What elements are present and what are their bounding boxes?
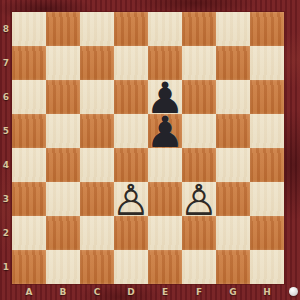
square-e3[interactable] — [148, 182, 182, 216]
square-e4[interactable] — [148, 148, 182, 182]
square-f5[interactable] — [182, 114, 216, 148]
square-b1[interactable] — [46, 250, 80, 284]
square-c5[interactable] — [80, 114, 114, 148]
file-label-h: H — [250, 284, 284, 300]
square-b3[interactable] — [46, 182, 80, 216]
square-e5[interactable]: ♟ — [148, 114, 182, 148]
square-h6[interactable] — [250, 80, 284, 114]
square-a8[interactable] — [12, 12, 46, 46]
rank-label-8: 8 — [0, 12, 12, 46]
rank-label-7: 7 — [0, 46, 12, 80]
square-f8[interactable] — [182, 12, 216, 46]
square-g4[interactable] — [216, 148, 250, 182]
square-d5[interactable] — [114, 114, 148, 148]
piece-white-pawn-f3[interactable]: ♙ — [182, 183, 216, 217]
square-a7[interactable] — [12, 46, 46, 80]
square-f6[interactable] — [182, 80, 216, 114]
rank-label-6: 6 — [0, 80, 12, 114]
square-h8[interactable] — [250, 12, 284, 46]
file-label-d: D — [114, 284, 148, 300]
square-h7[interactable] — [250, 46, 284, 80]
square-h5[interactable] — [250, 114, 284, 148]
square-f7[interactable] — [182, 46, 216, 80]
square-b5[interactable] — [46, 114, 80, 148]
file-label-e: E — [148, 284, 182, 300]
square-h4[interactable] — [250, 148, 284, 182]
square-b2[interactable] — [46, 216, 80, 250]
file-label-a: A — [12, 284, 46, 300]
piece-white-pawn-d3[interactable]: ♙ — [114, 183, 148, 217]
square-b6[interactable] — [46, 80, 80, 114]
square-c8[interactable] — [80, 12, 114, 46]
file-label-g: G — [216, 284, 250, 300]
square-f2[interactable] — [182, 216, 216, 250]
white-to-move-indicator — [289, 287, 298, 296]
piece-black-pawn-e5[interactable]: ♟ — [148, 115, 182, 149]
square-f1[interactable] — [182, 250, 216, 284]
rank-label-2: 2 — [0, 216, 12, 250]
square-b4[interactable] — [46, 148, 80, 182]
square-c1[interactable] — [80, 250, 114, 284]
square-g5[interactable] — [216, 114, 250, 148]
file-label-b: B — [46, 284, 80, 300]
square-c4[interactable] — [80, 148, 114, 182]
chess-board: ♟♟♙♙ — [12, 12, 284, 284]
square-h3[interactable] — [250, 182, 284, 216]
square-d3[interactable]: ♙ — [114, 182, 148, 216]
square-g7[interactable] — [216, 46, 250, 80]
square-e2[interactable] — [148, 216, 182, 250]
square-d2[interactable] — [114, 216, 148, 250]
square-a1[interactable] — [12, 250, 46, 284]
square-a2[interactable] — [12, 216, 46, 250]
square-g2[interactable] — [216, 216, 250, 250]
file-label-c: C — [80, 284, 114, 300]
square-g1[interactable] — [216, 250, 250, 284]
square-d8[interactable] — [114, 12, 148, 46]
square-d6[interactable] — [114, 80, 148, 114]
square-f3[interactable]: ♙ — [182, 182, 216, 216]
square-c7[interactable] — [80, 46, 114, 80]
square-e8[interactable] — [148, 12, 182, 46]
square-c6[interactable] — [80, 80, 114, 114]
file-label-f: F — [182, 284, 216, 300]
square-a6[interactable] — [12, 80, 46, 114]
square-b8[interactable] — [46, 12, 80, 46]
chess-diagram: ♟♟♙♙ 87654321 ABCDEFGH — [0, 0, 300, 300]
square-h1[interactable] — [250, 250, 284, 284]
square-g3[interactable] — [216, 182, 250, 216]
square-b7[interactable] — [46, 46, 80, 80]
square-c2[interactable] — [80, 216, 114, 250]
square-a3[interactable] — [12, 182, 46, 216]
square-e1[interactable] — [148, 250, 182, 284]
rank-label-5: 5 — [0, 114, 12, 148]
rank-label-3: 3 — [0, 182, 12, 216]
square-d7[interactable] — [114, 46, 148, 80]
square-g6[interactable] — [216, 80, 250, 114]
rank-label-1: 1 — [0, 250, 12, 284]
rank-label-4: 4 — [0, 148, 12, 182]
square-h2[interactable] — [250, 216, 284, 250]
square-a5[interactable] — [12, 114, 46, 148]
square-a4[interactable] — [12, 148, 46, 182]
square-d1[interactable] — [114, 250, 148, 284]
square-g8[interactable] — [216, 12, 250, 46]
square-c3[interactable] — [80, 182, 114, 216]
